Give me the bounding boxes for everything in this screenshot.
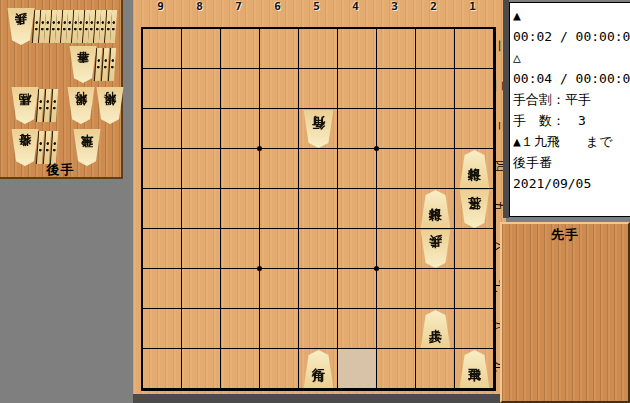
info-line-4: 手合割：平手 (513, 89, 630, 110)
info-line-1: 00:02 / 00:00:04 (513, 26, 630, 47)
gote-hand-tray: 歩兵香車桂馬銀将銀将金将飛車 後手 (0, 0, 123, 179)
koma-kanji: 角行 (312, 112, 325, 140)
info-line-5: 手 数： 3 (513, 110, 630, 131)
koma-銀将-gote[interactable]: 銀将 (95, 87, 125, 124)
koma-kanji: 歩兵 (429, 232, 442, 260)
star-point (374, 266, 379, 271)
koma-kanji: 銀将 (75, 89, 87, 115)
koma-角行-gote[interactable]: 角行 (302, 110, 335, 148)
koma-飛車-sente[interactable]: 飛車 (458, 350, 491, 388)
koma-kanji: 歩兵 (15, 10, 27, 36)
koma-kanji: 銀将 (468, 158, 481, 186)
last-move-highlight (338, 349, 376, 388)
koma-銀将-sente[interactable]: 銀将 (458, 150, 491, 188)
gote-tray-label: 後手 (0, 161, 121, 179)
koma-kanji: 歩兵 (429, 318, 442, 346)
koma-kanji: 桂馬 (19, 89, 31, 115)
stacked-piece-edge (108, 48, 116, 81)
board-grid[interactable]: 角行銀将銀将玉将歩兵歩兵角行飛車 (141, 27, 496, 391)
star-point (374, 146, 379, 151)
koma-歩兵-gote[interactable]: 歩兵 (419, 230, 452, 268)
koma-kanji: 角行 (312, 358, 325, 386)
koma-kanji: 玉将 (468, 192, 481, 220)
koma-角行-sente[interactable]: 角行 (302, 350, 335, 388)
koma-歩兵-sente[interactable]: 歩兵 (419, 310, 452, 348)
koma-銀将-sente[interactable]: 銀将 (419, 190, 452, 228)
game-info-panel: ▲00:02 / 00:00:04△00:04 / 00:00:04手合割：平手… (509, 2, 630, 217)
star-point (257, 146, 262, 151)
file-label-4: 4 (336, 0, 375, 13)
info-line-8: 2021/09/05 (513, 173, 630, 194)
info-line-3: 00:04 / 00:00:04 (513, 68, 630, 89)
koma-銀将-gote[interactable]: 銀将 (66, 87, 96, 124)
file-label-8: 8 (180, 0, 219, 13)
koma-kanji: 金将 (19, 131, 31, 157)
file-label-3: 3 (375, 0, 414, 13)
shogi-board: 987654321 一二三四五六七八九 角行銀将銀将玉将歩兵歩兵角行飛車 (133, 0, 506, 394)
info-line-2: △ (513, 47, 630, 68)
info-line-6: ▲１九飛 まで (513, 131, 630, 152)
file-label-6: 6 (258, 0, 297, 13)
stacked-piece-edge (50, 131, 58, 164)
sente-hand-tray: 先手 (500, 222, 630, 403)
file-label-2: 2 (414, 0, 453, 13)
file-label-1: 1 (453, 0, 492, 13)
koma-kanji: 銀将 (429, 198, 442, 226)
sente-tray-label: 先手 (502, 226, 628, 244)
shogi-app-window: 歩兵香車桂馬銀将銀将金将飛車 後手 987654321 一二三四五六七八九 角行… (0, 0, 630, 403)
file-label-9: 9 (141, 0, 180, 13)
file-label-5: 5 (297, 0, 336, 13)
koma-kanji: 香車 (77, 48, 89, 74)
info-line-0: ▲ (513, 5, 630, 26)
koma-kanji: 飛車 (468, 358, 481, 386)
star-point (257, 266, 262, 271)
info-line-7: 後手番 (513, 152, 630, 173)
board-shadow (133, 394, 509, 403)
koma-玉将-gote[interactable]: 玉将 (458, 190, 491, 228)
koma-kanji: 飛車 (81, 131, 93, 157)
stacked-piece-edge (50, 89, 58, 122)
file-label-7: 7 (219, 0, 258, 13)
koma-kanji: 銀将 (104, 89, 116, 115)
